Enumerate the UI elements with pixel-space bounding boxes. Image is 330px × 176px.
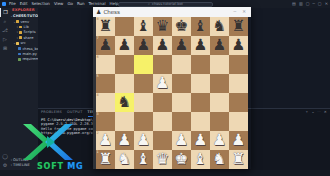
titlebar-controls: ▤ ▥ ▢ ─ ▢ ✕	[292, 0, 328, 8]
square-d6[interactable]	[153, 55, 172, 74]
chess-board: 8♜♝♛♚♝♞♜7♟♟♟♟♟♟♟♟65♟4♞32♟♟♟♟♟♟♟1♜♞♝♛♚♝♞♜	[93, 17, 245, 169]
square-h8[interactable]: ♜	[229, 17, 248, 36]
run-debug-icon[interactable]: ▷	[0, 35, 10, 44]
window-minimize-button[interactable]: ─	[312, 0, 314, 8]
square-a8[interactable]: 8♜	[96, 17, 115, 36]
more-actions-icon[interactable]: ⋯	[317, 109, 321, 116]
menu-file[interactable]: File	[9, 0, 16, 8]
square-c2[interactable]: ♟	[134, 131, 153, 150]
tab-problems[interactable]: PROBLEMS	[41, 109, 62, 116]
square-b4[interactable]: ♞	[115, 93, 134, 112]
square-b5[interactable]	[115, 74, 134, 93]
square-c4[interactable]	[134, 93, 153, 112]
piece-black-knight-b4[interactable]: ♞	[115, 93, 134, 112]
piece-white-pawn-e2[interactable]: ♟	[172, 131, 191, 150]
piece-white-pawn-a2[interactable]: ♟	[96, 131, 115, 150]
square-b8[interactable]	[115, 17, 134, 36]
piece-black-rook-h8[interactable]: ♜	[229, 17, 248, 36]
square-b2[interactable]: ♟	[115, 131, 134, 150]
rank-label-4: 4	[97, 94, 99, 97]
square-h5[interactable]	[229, 74, 248, 93]
square-d5[interactable]: ♟	[153, 74, 172, 93]
piece-white-bishop-f1[interactable]: ♝	[191, 150, 210, 169]
window-maximize-button[interactable]: ▢	[318, 0, 322, 8]
square-h7[interactable]: ♟	[229, 36, 248, 55]
piece-white-rook-h1[interactable]: ♜	[229, 150, 248, 169]
layout-sidebar-icon[interactable]: ▥	[299, 0, 303, 8]
search-sidebar-icon[interactable]: ⌕	[0, 17, 10, 26]
layout-panel-icon[interactable]: ▤	[292, 0, 296, 8]
piece-black-pawn-d7[interactable]: ♟	[153, 36, 172, 55]
square-e2[interactable]: ♟	[172, 131, 191, 150]
square-c8[interactable]: ♝	[134, 17, 153, 36]
piece-black-pawn-h7[interactable]: ♟	[229, 36, 248, 55]
square-b6[interactable]	[115, 55, 134, 74]
tab-output[interactable]: OUTPUT	[67, 109, 83, 116]
piece-white-pawn-c2[interactable]: ♟	[134, 131, 153, 150]
chess-close-button[interactable]: ✕	[242, 7, 246, 17]
chess-window-title: Chess	[103, 7, 119, 17]
square-h1[interactable]: ♜	[229, 150, 248, 169]
explorer-sidebar: EXPLORER ⌄ CHESS-TUTORIAL ⌄ venv › Lib ›…	[10, 8, 38, 170]
menu-go[interactable]: Go	[67, 0, 73, 8]
piece-white-king-e1[interactable]: ♚	[172, 150, 191, 169]
square-g6[interactable]	[210, 55, 229, 74]
square-b7[interactable]: ♟	[115, 36, 134, 55]
folder-icon	[19, 36, 22, 39]
search-icon: ⌕	[148, 2, 150, 7]
square-d4[interactable]	[153, 93, 172, 112]
vscode-logo-icon	[2, 2, 6, 6]
square-e7[interactable]: ♟	[172, 36, 191, 55]
piece-white-pawn-f2[interactable]: ♟	[191, 131, 210, 150]
piece-black-king-e8[interactable]: ♚	[172, 17, 191, 36]
square-g2[interactable]: ♟	[210, 131, 229, 150]
explorer-icon[interactable]: ❐	[0, 8, 10, 17]
folder-icon	[19, 31, 22, 34]
piece-black-bishop-c8[interactable]: ♝	[134, 17, 153, 36]
menu-view[interactable]: View	[54, 0, 64, 8]
square-g8[interactable]: ♞	[210, 17, 229, 36]
square-d1[interactable]: ♛	[153, 150, 172, 169]
explorer-header: EXPLORER	[10, 8, 38, 14]
square-d7[interactable]: ♟	[153, 36, 172, 55]
tree-item-requirements[interactable]: requirements.txt	[10, 57, 38, 62]
tree-root-folder[interactable]: ⌄ CHESS-TUTORIAL	[10, 14, 38, 19]
terminal-dropdown-icon[interactable]: ⌄	[311, 109, 314, 116]
piece-black-bishop-f8[interactable]: ♝	[191, 17, 210, 36]
search-text: chess-tutorial-bot	[152, 2, 183, 7]
square-h6[interactable]	[229, 55, 248, 74]
menu-edit[interactable]: Edit	[20, 0, 28, 8]
new-terminal-icon[interactable]: ＋	[305, 109, 309, 116]
timeline-section[interactable]: › TIMELINE	[10, 163, 38, 168]
square-a7[interactable]: 7♟	[96, 36, 115, 55]
menu-run[interactable]: Run	[77, 0, 85, 8]
piece-black-pawn-f7[interactable]: ♟	[191, 36, 210, 55]
square-g1[interactable]: ♞	[210, 150, 229, 169]
settings-gear-icon[interactable]: ⚙	[0, 161, 10, 170]
piece-black-pawn-b7[interactable]: ♟	[115, 36, 134, 55]
square-c3[interactable]	[134, 112, 153, 131]
piece-white-knight-b1[interactable]: ♞	[115, 150, 134, 169]
folder-icon	[19, 26, 22, 29]
square-f3[interactable]	[191, 112, 210, 131]
piece-black-pawn-c7[interactable]: ♟	[134, 36, 153, 55]
square-f4[interactable]	[191, 93, 210, 112]
piece-black-pawn-g7[interactable]: ♟	[210, 36, 229, 55]
folder-open-icon	[16, 42, 19, 45]
square-a3[interactable]: 3	[96, 112, 115, 131]
square-h3[interactable]	[229, 112, 248, 131]
python-file-icon	[18, 53, 21, 56]
piece-black-pawn-e7[interactable]: ♟	[172, 36, 191, 55]
chess-window-titlebar[interactable]: ♟ Chess ─ ✕	[93, 7, 251, 17]
chess-app-icon: ♟	[96, 7, 101, 17]
piece-black-knight-g8[interactable]: ♞	[210, 17, 229, 36]
source-control-icon[interactable]: ⎇	[0, 26, 10, 35]
square-a6[interactable]: 6	[96, 55, 115, 74]
square-e4[interactable]	[172, 93, 191, 112]
square-d2[interactable]	[153, 131, 172, 150]
square-c7[interactable]: ♟	[134, 36, 153, 55]
activity-bar: ❐ ⌕ ⎇ ▷ ⊞ ◯ ⚙	[0, 8, 10, 170]
square-c1[interactable]: ♝	[134, 150, 153, 169]
python-file-icon	[18, 47, 21, 50]
square-h4[interactable]	[229, 93, 248, 112]
square-a5[interactable]: 5	[96, 74, 115, 93]
square-a4[interactable]: 4	[96, 93, 115, 112]
piece-white-pawn-g2[interactable]: ♟	[210, 131, 229, 150]
rank-label-3: 3	[97, 113, 99, 116]
piece-black-pawn-a7[interactable]: ♟	[96, 36, 115, 55]
square-f1[interactable]: ♝	[191, 150, 210, 169]
square-b3[interactable]	[115, 112, 134, 131]
square-e3[interactable]	[172, 112, 191, 131]
piece-white-pawn-d5[interactable]: ♟	[153, 74, 172, 93]
folder-icon	[16, 20, 19, 23]
chess-minimize-button[interactable]: ─	[234, 7, 237, 17]
square-f2[interactable]: ♟	[191, 131, 210, 150]
square-f5[interactable]	[191, 74, 210, 93]
square-d8[interactable]: ♛	[153, 17, 172, 36]
layout-customize-icon[interactable]: ▢	[306, 0, 310, 8]
piece-white-pawn-b2[interactable]: ♟	[115, 131, 134, 150]
square-c6[interactable]	[134, 55, 153, 74]
piece-white-bishop-c1[interactable]: ♝	[134, 150, 153, 169]
square-c5[interactable]	[134, 74, 153, 93]
piece-white-pawn-h2[interactable]: ♟	[229, 131, 248, 150]
text-file-icon	[18, 58, 21, 61]
command-search-box[interactable]: ⌕ chess-tutorial-bot	[118, 2, 213, 7]
piece-black-rook-a8[interactable]: ♜	[96, 17, 115, 36]
menu-selection[interactable]: Selection	[31, 0, 49, 8]
square-g3[interactable]	[210, 112, 229, 131]
square-g5[interactable]	[210, 74, 229, 93]
rank-label-5: 5	[97, 75, 99, 78]
piece-white-queen-d1[interactable]: ♛	[153, 150, 172, 169]
square-g7[interactable]: ♟	[210, 36, 229, 55]
square-d3[interactable]	[153, 112, 172, 131]
square-e5[interactable]	[172, 74, 191, 93]
close-panel-icon[interactable]: ✕	[324, 109, 327, 116]
square-e6[interactable]	[172, 55, 191, 74]
square-h2[interactable]: ♟	[229, 131, 248, 150]
window-close-button[interactable]: ✕	[325, 0, 328, 8]
square-a2[interactable]: 2♟	[96, 131, 115, 150]
square-f8[interactable]: ♝	[191, 17, 210, 36]
rank-label-6: 6	[97, 56, 99, 59]
square-f7[interactable]: ♟	[191, 36, 210, 55]
square-g4[interactable]	[210, 93, 229, 112]
piece-white-rook-a1[interactable]: ♜	[96, 150, 115, 169]
chess-app-window: ♟ Chess ─ ✕ 8♜♝♛♚♝♞♜7♟♟♟♟♟♟♟♟65♟4♞32♟♟♟♟…	[93, 7, 251, 169]
piece-white-knight-g1[interactable]: ♞	[210, 150, 229, 169]
extensions-icon[interactable]: ⊞	[0, 44, 10, 53]
square-b1[interactable]: ♞	[115, 150, 134, 169]
square-e1[interactable]: ♚	[172, 150, 191, 169]
account-icon[interactable]: ◯	[0, 152, 10, 161]
piece-black-queen-d8[interactable]: ♛	[153, 17, 172, 36]
square-e8[interactable]: ♚	[172, 17, 191, 36]
square-f6[interactable]	[191, 55, 210, 74]
square-a1[interactable]: 1♜	[96, 150, 115, 169]
